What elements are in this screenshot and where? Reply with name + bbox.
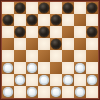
white-piece[interactable] [27, 63, 37, 73]
black-piece[interactable] [87, 3, 97, 13]
square-r5c1 [2, 50, 14, 62]
black-piece[interactable] [63, 3, 73, 13]
square-r2c2 [14, 14, 26, 26]
square-r6c6 [62, 62, 74, 74]
square-r3c2[interactable] [14, 26, 26, 38]
square-r8c7[interactable] [74, 86, 86, 98]
white-piece[interactable] [63, 75, 73, 85]
square-r1c7 [74, 2, 86, 14]
square-r6c5[interactable] [50, 62, 62, 74]
square-r2c6 [62, 14, 74, 26]
square-r7c3 [26, 74, 38, 86]
square-r2c1[interactable] [2, 14, 14, 26]
square-r5c2[interactable] [14, 50, 26, 62]
square-r4c6 [62, 38, 74, 50]
square-r5c6[interactable] [62, 50, 74, 62]
white-piece[interactable] [75, 87, 85, 97]
white-piece[interactable] [27, 87, 37, 97]
square-r4c8 [86, 38, 98, 50]
black-piece[interactable] [39, 3, 49, 13]
square-r5c4[interactable] [38, 50, 50, 62]
black-piece[interactable] [51, 39, 61, 49]
square-r7c4[interactable] [38, 74, 50, 86]
square-r7c1 [2, 74, 14, 86]
square-r8c3[interactable] [26, 86, 38, 98]
black-piece[interactable] [15, 27, 25, 37]
square-r7c7 [74, 74, 86, 86]
square-r1c6[interactable] [62, 2, 74, 14]
square-r1c5 [50, 2, 62, 14]
square-r7c5 [50, 74, 62, 86]
black-piece[interactable] [87, 27, 97, 37]
square-r6c2 [14, 62, 26, 74]
black-piece[interactable] [27, 15, 37, 25]
square-r6c7[interactable] [74, 62, 86, 74]
black-piece[interactable] [15, 3, 25, 13]
square-r4c7[interactable] [74, 38, 86, 50]
square-r8c8 [86, 86, 98, 98]
white-piece[interactable] [51, 87, 61, 97]
square-r3c8[interactable] [86, 26, 98, 38]
square-r1c4[interactable] [38, 2, 50, 14]
square-r5c5 [50, 50, 62, 62]
square-r5c7 [74, 50, 86, 62]
board-frame [0, 0, 100, 100]
square-r1c8[interactable] [86, 2, 98, 14]
square-r7c2[interactable] [14, 74, 26, 86]
square-r1c2[interactable] [14, 2, 26, 14]
square-r2c5[interactable] [50, 14, 62, 26]
white-piece[interactable] [3, 87, 13, 97]
square-r3c1 [2, 26, 14, 38]
square-r5c8[interactable] [86, 50, 98, 62]
square-r2c8 [86, 14, 98, 26]
white-piece[interactable] [87, 75, 97, 85]
square-r3c3 [26, 26, 38, 38]
square-r4c3[interactable] [26, 38, 38, 50]
square-r4c1[interactable] [2, 38, 14, 50]
square-r8c1[interactable] [2, 86, 14, 98]
black-piece[interactable] [39, 27, 49, 37]
square-r8c6 [62, 86, 74, 98]
square-r3c6[interactable] [62, 26, 74, 38]
square-r4c2 [14, 38, 26, 50]
square-r6c4 [38, 62, 50, 74]
square-r3c7 [74, 26, 86, 38]
square-r6c3[interactable] [26, 62, 38, 74]
square-r8c5[interactable] [50, 86, 62, 98]
black-piece[interactable] [51, 15, 61, 25]
square-r4c4 [38, 38, 50, 50]
square-r8c4 [38, 86, 50, 98]
square-r1c3 [26, 2, 38, 14]
black-piece[interactable] [3, 15, 13, 25]
square-r6c8 [86, 62, 98, 74]
white-piece[interactable] [15, 75, 25, 85]
square-r5c3 [26, 50, 38, 62]
white-piece[interactable] [75, 63, 85, 73]
square-r2c4 [38, 14, 50, 26]
checkers-board [2, 2, 98, 98]
square-r2c7[interactable] [74, 14, 86, 26]
square-r7c8[interactable] [86, 74, 98, 86]
square-r8c2 [14, 86, 26, 98]
square-r4c5[interactable] [50, 38, 62, 50]
square-r3c5 [50, 26, 62, 38]
square-r1c1 [2, 2, 14, 14]
square-r2c3[interactable] [26, 14, 38, 26]
square-r6c1[interactable] [2, 62, 14, 74]
square-r7c6[interactable] [62, 74, 74, 86]
white-piece[interactable] [3, 63, 13, 73]
square-r3c4[interactable] [38, 26, 50, 38]
white-piece[interactable] [39, 75, 49, 85]
